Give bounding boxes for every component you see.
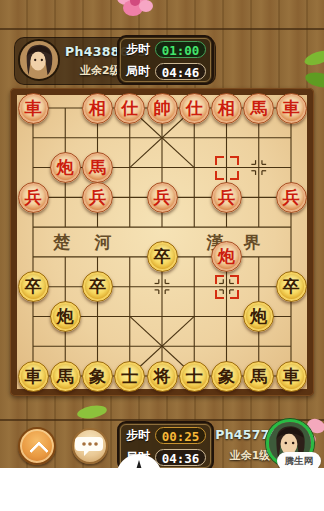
top-player-level: 业余2级 <box>80 63 121 78</box>
piece-bN-9-1[interactable]: 馬 <box>50 361 81 392</box>
top-game-time-label: 局时 <box>126 63 150 80</box>
piece-bP-6-0[interactable]: 卒 <box>18 271 49 302</box>
piece-rA-0-3[interactable]: 仕 <box>114 93 145 124</box>
piece-bB-9-6[interactable]: 象 <box>211 361 242 392</box>
piece-rN-0-7[interactable]: 馬 <box>243 93 274 124</box>
chevron-up-icon <box>29 441 49 461</box>
piece-rR-0-8[interactable]: 車 <box>276 93 307 124</box>
page-cutoff <box>0 468 324 511</box>
top-step-time-label: 步时 <box>126 41 150 58</box>
piece-rA-0-5[interactable]: 仕 <box>179 93 210 124</box>
top-player-avatar <box>18 39 60 81</box>
piece-bP-6-2[interactable]: 卒 <box>82 271 113 302</box>
piece-rP-3-4[interactable]: 兵 <box>147 182 178 213</box>
last-move-marker <box>215 156 239 180</box>
piece-bC-7-7[interactable]: 炮 <box>243 301 274 332</box>
bottom-step-time-value: 00:25 <box>155 427 206 444</box>
xiangqi-game-screen: Ph4388655 业余2级 步时 01:00 局时 04:46 楚河漢界 步时… <box>0 0 324 511</box>
piece-rB-0-6[interactable]: 相 <box>211 93 242 124</box>
top-step-time-value: 01:00 <box>155 41 206 58</box>
chat-bubble-icon <box>74 430 106 462</box>
piece-bP-5-4[interactable]: 卒 <box>147 241 178 272</box>
piece-rP-3-8[interactable]: 兵 <box>276 182 307 213</box>
piece-rP-3-0[interactable]: 兵 <box>18 182 49 213</box>
top-timer-panel: 步时 01:00 局时 04:46 <box>117 35 214 85</box>
bottom-step-time-label: 步时 <box>126 427 150 444</box>
piece-bN-9-7[interactable]: 馬 <box>243 361 274 392</box>
piece-bP-6-8[interactable]: 卒 <box>276 271 307 302</box>
bottom-game-time-value: 04:36 <box>155 449 206 466</box>
piece-rP-3-6[interactable]: 兵 <box>211 182 242 213</box>
piece-rR-0-0[interactable]: 車 <box>18 93 49 124</box>
piece-rB-0-2[interactable]: 相 <box>82 93 113 124</box>
piece-bR-9-8[interactable]: 車 <box>276 361 307 392</box>
piece-bA-9-3[interactable]: 士 <box>114 361 145 392</box>
piece-rK-0-4[interactable]: 帥 <box>147 93 178 124</box>
expand-menu-button[interactable] <box>18 427 56 465</box>
piece-rN-2-2[interactable]: 馬 <box>82 152 113 183</box>
piece-rP-3-2[interactable]: 兵 <box>82 182 113 213</box>
wood-seam <box>0 28 324 30</box>
piece-bA-9-5[interactable]: 士 <box>179 361 210 392</box>
piece-bK-9-4[interactable]: 将 <box>147 361 178 392</box>
piece-bB-9-2[interactable]: 象 <box>82 361 113 392</box>
last-move-marker <box>215 275 239 299</box>
piece-bR-9-0[interactable]: 車 <box>18 361 49 392</box>
svg-text:楚河: 楚河 <box>52 232 135 252</box>
chat-button[interactable] <box>72 428 108 464</box>
top-game-time-value: 04:46 <box>155 63 206 80</box>
piece-bC-7-1[interactable]: 炮 <box>50 301 81 332</box>
piece-rC-2-1[interactable]: 炮 <box>50 152 81 183</box>
